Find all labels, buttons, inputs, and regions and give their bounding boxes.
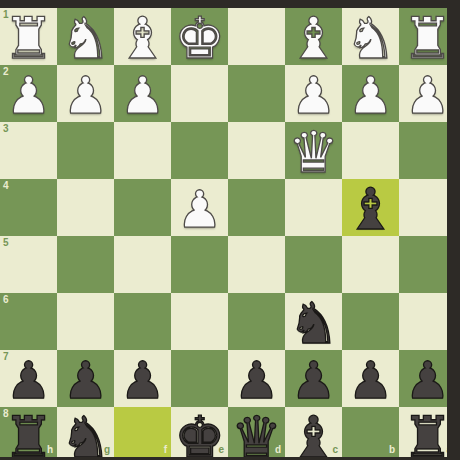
square-d1[interactable] [228, 8, 285, 65]
square-e7[interactable] [171, 350, 228, 407]
square-e8[interactable]: e♚ [171, 407, 228, 457]
square-c2[interactable]: ♟ [285, 65, 342, 122]
square-h1[interactable]: 1♜ [0, 8, 57, 65]
square-f3[interactable] [114, 122, 171, 179]
square-c5[interactable] [285, 236, 342, 293]
white-king-e1[interactable]: ♚ [174, 10, 225, 67]
square-e4[interactable]: ♟ [171, 179, 228, 236]
square-e1[interactable]: ♚ [171, 8, 228, 65]
white-bishop-c1[interactable]: ♝ [288, 10, 339, 67]
black-bishop-c8[interactable]: ♝ [288, 409, 339, 457]
square-d6[interactable] [228, 293, 285, 350]
file-label-b: b [389, 445, 395, 455]
white-pawn-g2[interactable]: ♟ [63, 70, 109, 121]
square-e3[interactable] [171, 122, 228, 179]
square-b7[interactable]: ♟ [342, 350, 399, 407]
square-g6[interactable] [57, 293, 114, 350]
rank-label-5: 5 [3, 238, 9, 248]
white-pawn-h2[interactable]: ♟ [6, 70, 52, 121]
rank-label-3: 3 [3, 124, 9, 134]
square-f8[interactable]: f [114, 407, 171, 457]
square-a6[interactable] [399, 293, 447, 350]
square-a3[interactable] [399, 122, 447, 179]
white-pawn-a2[interactable]: ♟ [405, 70, 447, 121]
white-knight-b1[interactable]: ♞ [345, 10, 396, 67]
square-b5[interactable] [342, 236, 399, 293]
board-clip: 1♜♞♝♚♝♞♜2♟♟♟♟♟♟3♛4♟♝56♞7♟♟♟♟♟♟♟8h♜g♞fe♚d… [0, 8, 447, 457]
square-d8[interactable]: d♛ [228, 407, 285, 457]
black-bishop-b4[interactable]: ♝ [345, 181, 396, 238]
black-pawn-h7[interactable]: ♟ [6, 355, 52, 406]
white-rook-a1[interactable]: ♜ [402, 10, 447, 67]
black-rook-h8[interactable]: ♜ [3, 409, 54, 457]
square-c8[interactable]: c♝ [285, 407, 342, 457]
white-rook-h1[interactable]: ♜ [3, 10, 54, 67]
square-b6[interactable] [342, 293, 399, 350]
square-f5[interactable] [114, 236, 171, 293]
square-e5[interactable] [171, 236, 228, 293]
white-pawn-f2[interactable]: ♟ [120, 70, 166, 121]
chess-board: 1♜♞♝♚♝♞♜2♟♟♟♟♟♟3♛4♟♝56♞7♟♟♟♟♟♟♟8h♜g♞fe♚d… [0, 8, 447, 457]
square-b2[interactable]: ♟ [342, 65, 399, 122]
black-pawn-g7[interactable]: ♟ [63, 355, 109, 406]
square-a8[interactable]: a♜ [399, 407, 447, 457]
square-d5[interactable] [228, 236, 285, 293]
app-background: 1♜♞♝♚♝♞♜2♟♟♟♟♟♟3♛4♟♝56♞7♟♟♟♟♟♟♟8h♜g♞fe♚d… [0, 0, 460, 460]
square-h6[interactable]: 6 [0, 293, 57, 350]
square-d7[interactable]: ♟ [228, 350, 285, 407]
square-b8[interactable]: b [342, 407, 399, 457]
square-a4[interactable] [399, 179, 447, 236]
square-f1[interactable]: ♝ [114, 8, 171, 65]
white-pawn-e4[interactable]: ♟ [177, 184, 223, 235]
square-d2[interactable] [228, 65, 285, 122]
square-d3[interactable] [228, 122, 285, 179]
white-knight-g1[interactable]: ♞ [60, 10, 111, 67]
black-king-e8[interactable]: ♚ [174, 409, 225, 457]
square-a5[interactable] [399, 236, 447, 293]
square-e2[interactable] [171, 65, 228, 122]
square-h7[interactable]: 7♟ [0, 350, 57, 407]
black-pawn-d7[interactable]: ♟ [234, 355, 280, 406]
black-queen-d8[interactable]: ♛ [231, 409, 282, 457]
square-f6[interactable] [114, 293, 171, 350]
square-g7[interactable]: ♟ [57, 350, 114, 407]
square-c3[interactable]: ♛ [285, 122, 342, 179]
square-h2[interactable]: 2♟ [0, 65, 57, 122]
black-pawn-b7[interactable]: ♟ [348, 355, 394, 406]
black-pawn-a7[interactable]: ♟ [405, 355, 447, 406]
square-f7[interactable]: ♟ [114, 350, 171, 407]
black-knight-g8[interactable]: ♞ [60, 409, 111, 457]
square-g5[interactable] [57, 236, 114, 293]
black-rook-a8[interactable]: ♜ [402, 409, 447, 457]
square-h4[interactable]: 4 [0, 179, 57, 236]
square-g4[interactable] [57, 179, 114, 236]
square-b1[interactable]: ♞ [342, 8, 399, 65]
square-c7[interactable]: ♟ [285, 350, 342, 407]
square-g1[interactable]: ♞ [57, 8, 114, 65]
square-f4[interactable] [114, 179, 171, 236]
square-h8[interactable]: 8h♜ [0, 407, 57, 457]
square-g3[interactable] [57, 122, 114, 179]
white-pawn-c2[interactable]: ♟ [291, 70, 337, 121]
black-knight-c6[interactable]: ♞ [288, 295, 339, 352]
square-e6[interactable] [171, 293, 228, 350]
white-pawn-b2[interactable]: ♟ [348, 70, 394, 121]
square-d4[interactable] [228, 179, 285, 236]
square-f2[interactable]: ♟ [114, 65, 171, 122]
square-c1[interactable]: ♝ [285, 8, 342, 65]
square-a2[interactable]: ♟ [399, 65, 447, 122]
square-c6[interactable]: ♞ [285, 293, 342, 350]
square-c4[interactable] [285, 179, 342, 236]
square-a7[interactable]: ♟ [399, 350, 447, 407]
white-queen-c3[interactable]: ♛ [288, 124, 339, 181]
black-pawn-f7[interactable]: ♟ [120, 355, 166, 406]
square-b3[interactable] [342, 122, 399, 179]
square-b4[interactable]: ♝ [342, 179, 399, 236]
square-a1[interactable]: ♜ [399, 8, 447, 65]
square-g2[interactable]: ♟ [57, 65, 114, 122]
square-h5[interactable]: 5 [0, 236, 57, 293]
file-label-f: f [164, 445, 167, 455]
white-bishop-f1[interactable]: ♝ [117, 10, 168, 67]
square-h3[interactable]: 3 [0, 122, 57, 179]
black-pawn-c7[interactable]: ♟ [291, 355, 337, 406]
rank-label-6: 6 [3, 295, 9, 305]
square-g8[interactable]: g♞ [57, 407, 114, 457]
rank-label-4: 4 [3, 181, 9, 191]
